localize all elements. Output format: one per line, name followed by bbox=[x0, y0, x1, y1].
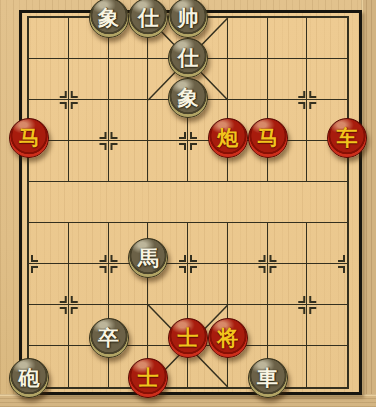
piece-red-advisor[interactable]: 士 bbox=[128, 358, 168, 398]
wood-margin-right bbox=[361, 0, 376, 407]
piece-red-chariot[interactable]: 车 bbox=[327, 118, 367, 158]
piece-olive-soldier[interactable]: 卒 bbox=[89, 318, 129, 358]
piece-olive-elephant[interactable]: 象 bbox=[168, 78, 208, 118]
piece-red-advisor[interactable]: 士 bbox=[168, 318, 208, 358]
piece-red-general[interactable]: 将 bbox=[208, 318, 248, 358]
piece-olive-cannon[interactable]: 砲 bbox=[9, 358, 49, 398]
piece-olive-advisor[interactable]: 仕 bbox=[168, 38, 208, 78]
piece-olive-horse[interactable]: 馬 bbox=[128, 238, 168, 278]
piece-red-cannon[interactable]: 炮 bbox=[208, 118, 248, 158]
piece-olive-elephant[interactable]: 象 bbox=[89, 0, 129, 38]
piece-olive-chariot[interactable]: 車 bbox=[248, 358, 288, 398]
wood-margin-bottom bbox=[0, 394, 376, 407]
xiangqi-app-window: 象仕帅仕象马炮马车馬卒士将砲士車 bbox=[0, 0, 376, 407]
piece-red-horse[interactable]: 马 bbox=[248, 118, 288, 158]
piece-red-horse[interactable]: 马 bbox=[9, 118, 49, 158]
